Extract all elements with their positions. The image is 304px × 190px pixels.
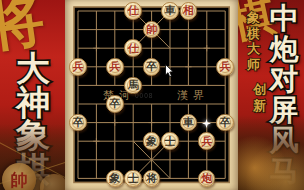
piece-glyph: 車 [164, 5, 175, 16]
piece-red-elephant[interactable]: 相 [180, 2, 198, 20]
title-char: 象 [16, 119, 50, 153]
left-banner: 将 大神象棋 帥 [0, 0, 65, 190]
piece-glyph: 馬 [128, 80, 139, 91]
piece-glyph: 卒 [72, 117, 83, 128]
piece-glyph: 象 [146, 136, 157, 147]
piece-red-soldier[interactable]: 兵 [216, 58, 234, 76]
title-char: 新 [253, 98, 266, 114]
piece-black-chariot[interactable]: 車 [161, 2, 179, 20]
piece-glyph: 帥 [146, 24, 157, 35]
title-char: 对 [270, 64, 299, 95]
piece-black-soldier[interactable]: 卒 [69, 114, 87, 132]
piece-glyph: 相 [183, 5, 194, 16]
piece-glyph: 将 [146, 173, 157, 184]
piece-glyph: 士 [128, 173, 139, 184]
piece-glyph: 仕 [128, 43, 139, 54]
piece-black-soldier[interactable]: 卒 [143, 58, 161, 76]
title-char: 师 [247, 57, 260, 73]
piece-glyph: 象 [109, 173, 120, 184]
title-char: 屏 [270, 95, 299, 126]
left-title: 大神象棋 [14, 52, 52, 186]
piece-red-advisor[interactable]: 仕 [124, 39, 142, 57]
title-char: 棋 [16, 153, 50, 187]
title-char: 象 [247, 10, 260, 26]
piece-glyph: 仕 [128, 5, 139, 16]
piece-black-general[interactable]: 将 [143, 170, 161, 188]
piece-red-soldier[interactable]: 兵 [69, 58, 87, 76]
right-banner: 棋 象棋大师 创新 中炮对屏风马 [238, 0, 304, 190]
piece-black-advisor[interactable]: 士 [161, 132, 179, 150]
title-char: 炮 [270, 34, 299, 65]
title-char: 大 [247, 41, 260, 57]
piece-red-advisor[interactable]: 仕 [124, 2, 142, 20]
mouse-cursor-icon [165, 64, 175, 78]
highlight-sparkle-icon [202, 114, 211, 132]
piece-glyph: 炮 [201, 173, 212, 184]
piece-glyph: 卒 [109, 98, 120, 109]
piece-glyph: 兵 [220, 61, 231, 72]
piece-glyph: 兵 [109, 61, 120, 72]
piece-glyph: 兵 [72, 61, 83, 72]
title-char: 大 [16, 52, 50, 86]
title-char: 创 [253, 82, 266, 98]
piece-glyph: 卒 [146, 61, 157, 72]
piece-glyph: 士 [164, 136, 175, 147]
piece-red-cannon[interactable]: 炮 [198, 170, 216, 188]
piece-black-elephant[interactable]: 象 [143, 132, 161, 150]
piece-red-general[interactable]: 帥 [143, 21, 161, 39]
title-char: 中 [270, 3, 299, 34]
piece-glyph: 車 [183, 117, 194, 128]
right-title: 中炮对屏风马 [267, 3, 301, 187]
piece-black-elephant[interactable]: 象 [106, 170, 124, 188]
subtitle-innovation: 创新 [253, 82, 266, 113]
piece-glyph: 卒 [220, 117, 231, 128]
title-char: 风 [270, 125, 299, 156]
title-char: 神 [16, 86, 50, 120]
piece-black-horse[interactable]: 馬 [124, 77, 142, 95]
title-char: 马 [270, 156, 299, 187]
piece-black-soldier[interactable]: 卒 [216, 114, 234, 132]
subtitle-master: 象棋大师 [247, 10, 260, 72]
piece-red-soldier[interactable]: 兵 [198, 132, 216, 150]
xiangqi-board[interactable]: 楚河 0008 漢界 仕車相帥仕兵兵卒兵馬卒卒車卒象士兵象士将炮 [65, 0, 238, 190]
piece-glyph: 兵 [201, 136, 212, 147]
board-grid[interactable]: 仕車相帥仕兵兵卒兵馬卒卒車卒象士兵象士将炮 [69, 2, 235, 188]
piece-black-soldier[interactable]: 卒 [106, 95, 124, 113]
title-char: 棋 [247, 26, 260, 42]
video-thumbnail: 将 大神象棋 帥 楚河 0008 漢界 仕車相帥仕兵兵卒兵馬卒卒車卒象士兵象士将… [0, 0, 304, 190]
piece-black-advisor[interactable]: 士 [124, 170, 142, 188]
piece-red-soldier[interactable]: 兵 [106, 58, 124, 76]
piece-black-chariot[interactable]: 車 [180, 114, 198, 132]
